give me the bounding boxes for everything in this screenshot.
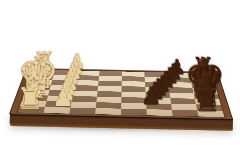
white-pawn: ♟ [51,86,75,110]
chess-set-photo: ♜♞♝♛♚♝♞♜♟♟♟♟♟♟♟♟♟♟♟♟♟♟♟♟♜♞♝♛♚♝♞♜ [0,0,240,160]
black-pawn: ♟ [139,84,163,108]
white-rook: ♜ [15,84,45,114]
pieces-layer: ♜♞♝♛♚♝♞♜♟♟♟♟♟♟♟♟♟♟♟♟♟♟♟♟♜♞♝♛♚♝♞♜ [0,0,240,160]
black-rook: ♜ [192,86,222,116]
